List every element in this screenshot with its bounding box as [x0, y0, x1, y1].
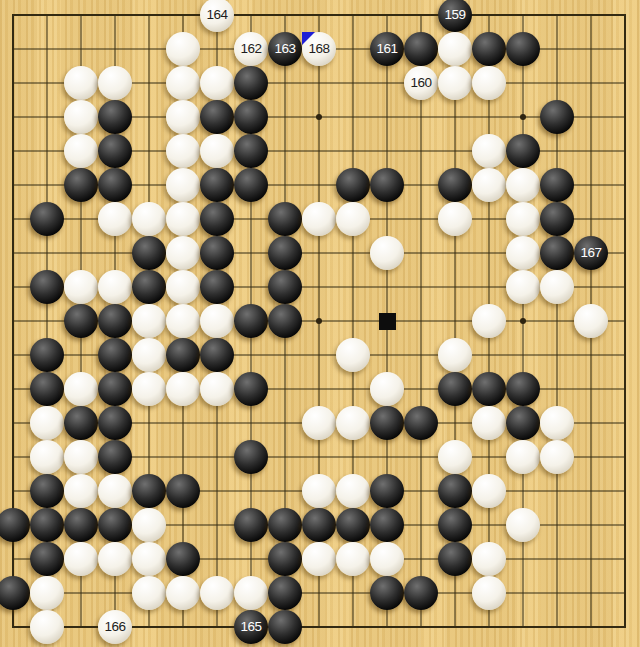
black-stone	[98, 134, 132, 168]
black-stone	[506, 406, 540, 440]
black-stone	[472, 372, 506, 406]
black-stone	[370, 168, 404, 202]
white-stone	[472, 406, 506, 440]
white-stone	[30, 440, 64, 474]
black-stone	[438, 372, 472, 406]
white-stone	[302, 202, 336, 236]
black-stone	[30, 338, 64, 372]
black-stone	[336, 508, 370, 542]
move-number-label: 162	[240, 42, 261, 56]
white-stone	[98, 202, 132, 236]
white-stone	[98, 66, 132, 100]
black-stone	[64, 508, 98, 542]
black-stone	[234, 372, 268, 406]
white-stone	[506, 270, 540, 304]
white-stone	[132, 304, 166, 338]
white-stone	[472, 542, 506, 576]
black-stone	[268, 270, 302, 304]
white-stone	[200, 134, 234, 168]
black-stone	[268, 542, 302, 576]
white-stone: 162	[234, 32, 268, 66]
white-stone	[64, 100, 98, 134]
white-stone	[30, 576, 64, 610]
black-stone	[200, 270, 234, 304]
move-number-label: 167	[580, 246, 601, 260]
white-stone	[540, 440, 574, 474]
white-stone	[98, 542, 132, 576]
white-stone	[98, 474, 132, 508]
black-stone	[98, 338, 132, 372]
black-stone	[200, 168, 234, 202]
black-stone	[438, 542, 472, 576]
black-stone	[30, 542, 64, 576]
white-stone	[336, 406, 370, 440]
white-stone	[200, 372, 234, 406]
white-stone	[370, 372, 404, 406]
black-stone	[234, 66, 268, 100]
black-stone	[370, 406, 404, 440]
white-stone	[64, 474, 98, 508]
black-stone	[268, 202, 302, 236]
white-stone	[336, 202, 370, 236]
black-stone	[30, 202, 64, 236]
white-stone	[574, 304, 608, 338]
white-stone	[336, 474, 370, 508]
white-stone	[438, 32, 472, 66]
black-stone: 161	[370, 32, 404, 66]
white-stone	[336, 338, 370, 372]
black-stone	[200, 100, 234, 134]
black-stone	[98, 304, 132, 338]
white-stone	[132, 576, 166, 610]
white-stone	[30, 610, 64, 644]
black-stone	[132, 474, 166, 508]
white-stone	[64, 270, 98, 304]
black-stone: 167	[574, 236, 608, 270]
star-point	[520, 318, 526, 324]
go-board[interactable]: 164159162163168161160167166165	[0, 0, 640, 647]
black-stone	[268, 304, 302, 338]
white-stone	[472, 168, 506, 202]
move-number-label: 166	[104, 620, 125, 634]
black-stone: 165	[234, 610, 268, 644]
black-stone	[98, 406, 132, 440]
white-stone	[438, 338, 472, 372]
square-marker	[379, 313, 396, 330]
black-stone	[506, 32, 540, 66]
white-stone	[166, 270, 200, 304]
white-stone	[64, 134, 98, 168]
white-stone	[132, 508, 166, 542]
black-stone	[200, 236, 234, 270]
black-stone	[166, 542, 200, 576]
white-stone	[132, 372, 166, 406]
black-stone	[234, 440, 268, 474]
white-stone	[200, 304, 234, 338]
last-move-triangle-marker	[302, 32, 315, 45]
black-stone	[438, 508, 472, 542]
white-stone	[472, 304, 506, 338]
black-stone	[166, 338, 200, 372]
white-stone	[132, 542, 166, 576]
white-stone	[438, 66, 472, 100]
star-point	[316, 318, 322, 324]
black-stone	[438, 168, 472, 202]
black-stone	[268, 236, 302, 270]
white-stone	[64, 372, 98, 406]
black-stone	[268, 508, 302, 542]
white-stone	[302, 406, 336, 440]
black-stone	[64, 406, 98, 440]
white-stone	[370, 236, 404, 270]
black-stone	[370, 576, 404, 610]
black-stone	[302, 508, 336, 542]
white-stone: 166	[98, 610, 132, 644]
white-stone	[438, 202, 472, 236]
black-stone	[404, 32, 438, 66]
white-stone	[64, 66, 98, 100]
white-stone	[472, 474, 506, 508]
move-number-label: 160	[410, 76, 431, 90]
white-stone	[166, 134, 200, 168]
star-point	[520, 114, 526, 120]
white-stone: 160	[404, 66, 438, 100]
white-stone	[506, 508, 540, 542]
white-stone	[472, 66, 506, 100]
black-stone	[30, 474, 64, 508]
black-stone	[98, 168, 132, 202]
white-stone	[506, 440, 540, 474]
white-stone	[166, 168, 200, 202]
white-stone	[438, 440, 472, 474]
black-stone	[472, 32, 506, 66]
black-stone	[30, 372, 64, 406]
black-stone: 163	[268, 32, 302, 66]
black-stone	[540, 100, 574, 134]
black-stone	[132, 236, 166, 270]
white-stone	[132, 202, 166, 236]
black-stone	[166, 474, 200, 508]
white-stone	[540, 406, 574, 440]
white-stone	[472, 134, 506, 168]
black-stone	[98, 508, 132, 542]
black-stone	[200, 338, 234, 372]
white-stone	[336, 542, 370, 576]
move-number-label: 165	[240, 620, 261, 634]
white-stone	[30, 406, 64, 440]
black-stone	[506, 372, 540, 406]
white-stone	[132, 338, 166, 372]
black-stone	[506, 134, 540, 168]
black-stone	[268, 576, 302, 610]
white-stone	[166, 66, 200, 100]
white-stone	[166, 576, 200, 610]
black-stone	[234, 100, 268, 134]
white-stone	[200, 66, 234, 100]
black-stone	[30, 270, 64, 304]
white-stone	[506, 168, 540, 202]
black-stone	[370, 474, 404, 508]
white-stone	[64, 542, 98, 576]
white-stone	[166, 32, 200, 66]
black-stone	[234, 134, 268, 168]
black-stone	[132, 270, 166, 304]
move-number-label: 163	[274, 42, 295, 56]
black-stone	[404, 406, 438, 440]
black-stone	[234, 168, 268, 202]
black-stone	[404, 576, 438, 610]
black-stone	[540, 168, 574, 202]
black-stone	[540, 236, 574, 270]
black-stone	[370, 508, 404, 542]
black-stone	[98, 440, 132, 474]
white-stone	[166, 202, 200, 236]
move-number-label: 161	[376, 42, 397, 56]
white-stone	[166, 100, 200, 134]
white-stone	[64, 440, 98, 474]
white-stone	[166, 372, 200, 406]
black-stone	[64, 168, 98, 202]
move-number-label: 159	[444, 8, 465, 22]
black-stone	[268, 610, 302, 644]
white-stone	[506, 236, 540, 270]
black-stone	[64, 304, 98, 338]
black-stone	[30, 508, 64, 542]
white-stone	[472, 576, 506, 610]
move-number-label: 164	[206, 8, 227, 22]
black-stone	[98, 100, 132, 134]
star-point	[316, 114, 322, 120]
white-stone	[234, 576, 268, 610]
white-stone	[166, 304, 200, 338]
black-stone	[540, 202, 574, 236]
white-stone	[506, 202, 540, 236]
black-stone	[234, 304, 268, 338]
white-stone	[302, 542, 336, 576]
black-stone	[200, 202, 234, 236]
white-stone	[166, 236, 200, 270]
white-stone	[200, 576, 234, 610]
black-stone	[438, 474, 472, 508]
white-stone	[302, 474, 336, 508]
black-stone	[336, 168, 370, 202]
black-stone	[234, 508, 268, 542]
white-stone	[370, 542, 404, 576]
white-stone	[540, 270, 574, 304]
black-stone	[98, 372, 132, 406]
white-stone	[98, 270, 132, 304]
